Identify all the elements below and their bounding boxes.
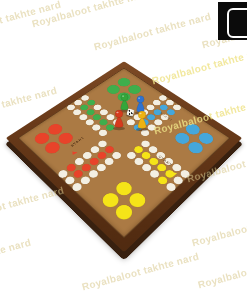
path-spot-white: [96, 139, 108, 148]
path-spot-yellow: [163, 168, 176, 179]
home-spot-red: [42, 140, 62, 156]
path-spot-red: [103, 145, 115, 155]
path-spot-yellow: [155, 162, 168, 172]
path-spot-white: [155, 150, 167, 160]
path-spot-yellow: [132, 145, 144, 155]
brand-logo: [218, 2, 247, 40]
path-spot-white: [95, 162, 108, 172]
path-spot-yellow: [156, 175, 169, 186]
path-spot-white: [87, 168, 100, 179]
home-spot-yellow: [99, 190, 121, 210]
path-spot-white: [81, 150, 93, 160]
watermark-text: Royalbaloot takhte nard: [151, 45, 247, 87]
watermark-text: Royalbaloot takhte nard: [93, 11, 213, 53]
path-spot-white: [103, 156, 115, 166]
start-label-yellow: START: [157, 154, 173, 167]
path-spot-white: [89, 145, 101, 155]
home-spot-yellow: [113, 202, 136, 223]
path-spot-red: [88, 156, 100, 166]
path-spot-white: [147, 145, 159, 155]
product-photo-stage: STARTSTARTSTART Royalbaloot takhte nar: [0, 0, 247, 296]
home-spot-blue: [185, 140, 205, 156]
path-spot-white: [170, 162, 183, 172]
path-spot-red: [72, 168, 85, 179]
path-spot-white: [148, 168, 161, 179]
path-spot-white: [73, 156, 85, 166]
pawn-red[interactable]: [112, 108, 126, 132]
path-spot-white: [140, 139, 152, 148]
path-spot-white: [164, 181, 177, 192]
path-spot-white: [63, 175, 76, 186]
home-spot-blue: [196, 130, 216, 145]
start-arrow-icon: [72, 151, 77, 155]
path-spot-white: [57, 168, 70, 179]
path-spot-yellow: [148, 156, 160, 166]
path-spot-red: [96, 150, 108, 160]
path-spot-red: [80, 162, 93, 172]
path-spot-white: [140, 162, 153, 172]
path-spot-white: [172, 175, 185, 186]
pawn-yellow[interactable]: [135, 109, 149, 133]
watermark-text: Royalbaloot takhte nard: [197, 249, 247, 291]
path-spot-white: [125, 150, 137, 160]
path-spot-white: [79, 175, 92, 186]
path-spot-red: [65, 162, 78, 172]
path-spot-white: [71, 181, 84, 192]
path-spot-white: [162, 156, 174, 166]
watermark-text: Royalbaloot takhte nard: [0, 237, 32, 279]
home-spot-yellow: [113, 179, 135, 198]
watermark-text: Royalbaloot takhte nard: [81, 251, 201, 293]
path-spot-white: [111, 150, 123, 160]
path-spot-white: [133, 156, 145, 166]
start-arrow-icon: [170, 170, 177, 176]
watermark-text: Royalbaloot takhte nard: [191, 207, 247, 249]
watermark-text: Royalbaloot takhte nard: [0, 185, 65, 227]
path-spot-yellow: [140, 150, 152, 160]
home-spot-yellow: [126, 190, 148, 210]
logo-frame-icon: [227, 8, 247, 38]
